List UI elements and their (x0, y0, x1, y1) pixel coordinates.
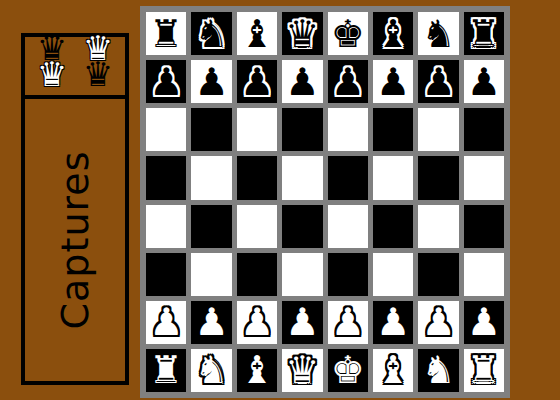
black-pawn: ♟ (421, 63, 455, 101)
square-c6[interactable] (237, 108, 277, 151)
square-f1[interactable]: ♝ (373, 349, 413, 392)
captures-label: Captures (53, 151, 97, 330)
square-a3[interactable] (146, 253, 186, 296)
black-queen-icon: ♛ (29, 31, 75, 65)
black-bishop: ♝ (376, 15, 410, 53)
white-bishop: ♝ (376, 351, 410, 389)
square-e8[interactable]: ♚ (328, 12, 368, 55)
square-b1[interactable]: ♞ (191, 349, 231, 392)
square-f5[interactable] (373, 156, 413, 199)
white-pawn: ♟ (421, 303, 455, 341)
square-g4[interactable] (418, 205, 458, 248)
square-h8[interactable]: ♜ (464, 12, 504, 55)
square-h3[interactable] (464, 253, 504, 296)
square-e3[interactable] (328, 253, 368, 296)
black-pawn: ♟ (195, 63, 229, 101)
white-pawn: ♟ (149, 303, 183, 341)
black-pawn: ♟ (331, 63, 365, 101)
white-rook: ♜ (467, 351, 501, 389)
square-g6[interactable] (418, 108, 458, 151)
square-f3[interactable] (373, 253, 413, 296)
white-pawn: ♟ (331, 303, 365, 341)
square-c8[interactable]: ♝ (237, 12, 277, 55)
black-king: ♚ (331, 15, 365, 53)
square-e7[interactable]: ♟ (328, 60, 368, 103)
square-a6[interactable] (146, 108, 186, 151)
white-pawn: ♟ (376, 303, 410, 341)
square-g2[interactable]: ♟ (418, 301, 458, 344)
square-d7[interactable]: ♟ (282, 60, 322, 103)
square-h4[interactable] (464, 205, 504, 248)
captures-panel: ♛ ♛ ♛ ♛ Captures (21, 33, 129, 385)
square-a5[interactable] (146, 156, 186, 199)
captured-pieces-tray: ♛ ♛ ♛ ♛ (25, 37, 125, 99)
square-a1[interactable]: ♜ (146, 349, 186, 392)
square-f8[interactable]: ♝ (373, 12, 413, 55)
square-e5[interactable] (328, 156, 368, 199)
square-d5[interactable] (282, 156, 322, 199)
square-g5[interactable] (418, 156, 458, 199)
square-g1[interactable]: ♞ (418, 349, 458, 392)
square-d8[interactable]: ♛ (282, 12, 322, 55)
square-c5[interactable] (237, 156, 277, 199)
square-a4[interactable] (146, 205, 186, 248)
black-queen: ♛ (285, 15, 319, 53)
square-c3[interactable] (237, 253, 277, 296)
square-b3[interactable] (191, 253, 231, 296)
black-knight: ♞ (421, 15, 455, 53)
square-c7[interactable]: ♟ (237, 60, 277, 103)
square-f4[interactable] (373, 205, 413, 248)
square-f2[interactable]: ♟ (373, 301, 413, 344)
black-pawn: ♟ (240, 63, 274, 101)
chess-board: ♜♞♝♛♚♝♞♜♟♟♟♟♟♟♟♟♟♟♟♟♟♟♟♟♜♞♝♛♚♝♞♜ (140, 6, 510, 398)
square-f6[interactable] (373, 108, 413, 151)
white-pawn: ♟ (467, 303, 501, 341)
square-d6[interactable] (282, 108, 322, 151)
square-a7[interactable]: ♟ (146, 60, 186, 103)
black-pawn: ♟ (285, 63, 319, 101)
captures-label-area: Captures (25, 99, 125, 381)
square-d2[interactable]: ♟ (282, 301, 322, 344)
white-knight: ♞ (421, 351, 455, 389)
white-queen: ♛ (285, 351, 319, 389)
white-knight: ♞ (195, 351, 229, 389)
square-a2[interactable]: ♟ (146, 301, 186, 344)
square-h5[interactable] (464, 156, 504, 199)
white-queen-icon: ♛ (75, 31, 121, 65)
app-canvas: ♛ ♛ ♛ ♛ Captures ♜♞♝♛♚♝♞♜♟♟♟♟♟♟♟♟♟♟♟♟♟♟♟… (0, 0, 560, 400)
captured-pair-left: ♛ ♛ (29, 37, 75, 95)
square-b6[interactable] (191, 108, 231, 151)
square-d3[interactable] (282, 253, 322, 296)
black-pawn: ♟ (467, 63, 501, 101)
square-c1[interactable]: ♝ (237, 349, 277, 392)
square-b5[interactable] (191, 156, 231, 199)
square-e1[interactable]: ♚ (328, 349, 368, 392)
black-bishop: ♝ (240, 15, 274, 53)
square-e2[interactable]: ♟ (328, 301, 368, 344)
white-pawn: ♟ (285, 303, 319, 341)
square-h1[interactable]: ♜ (464, 349, 504, 392)
square-e4[interactable] (328, 205, 368, 248)
square-b2[interactable]: ♟ (191, 301, 231, 344)
black-knight: ♞ (195, 15, 229, 53)
square-h2[interactable]: ♟ (464, 301, 504, 344)
black-pawn: ♟ (376, 63, 410, 101)
white-rook: ♜ (149, 351, 183, 389)
white-pawn: ♟ (195, 303, 229, 341)
black-rook: ♜ (467, 15, 501, 53)
white-bishop: ♝ (240, 351, 274, 389)
captured-pair-right: ♛ ♛ (75, 37, 121, 95)
square-h7[interactable]: ♟ (464, 60, 504, 103)
square-g8[interactable]: ♞ (418, 12, 458, 55)
square-a8[interactable]: ♜ (146, 12, 186, 55)
square-b8[interactable]: ♞ (191, 12, 231, 55)
square-f7[interactable]: ♟ (373, 60, 413, 103)
square-c2[interactable]: ♟ (237, 301, 277, 344)
white-king: ♚ (331, 351, 365, 389)
square-d1[interactable]: ♛ (282, 349, 322, 392)
square-b4[interactable] (191, 205, 231, 248)
square-c4[interactable] (237, 205, 277, 248)
black-pawn: ♟ (149, 63, 183, 101)
black-rook: ♜ (149, 15, 183, 53)
square-h6[interactable] (464, 108, 504, 151)
square-b7[interactable]: ♟ (191, 60, 231, 103)
square-g3[interactable] (418, 253, 458, 296)
square-g7[interactable]: ♟ (418, 60, 458, 103)
white-pawn: ♟ (240, 303, 274, 341)
square-e6[interactable] (328, 108, 368, 151)
square-d4[interactable] (282, 205, 322, 248)
